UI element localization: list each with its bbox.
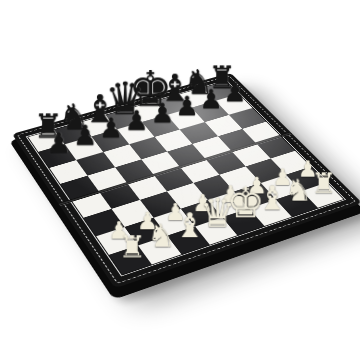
- piece-black-pawn[interactable]: ♟: [125, 108, 149, 135]
- board-grid: ♜♞♝♛♚♝♞♜♟♟♟♟♟♟♟♟♟♟♟♟♟♟♟♟♜♞♝♛♚♝♞♜: [28, 81, 343, 274]
- piece-black-pawn[interactable]: ♟: [150, 101, 174, 128]
- piece-black-pawn[interactable]: ♟: [73, 122, 98, 149]
- piece-white-rook[interactable]: ♜: [312, 169, 337, 197]
- piece-black-pawn[interactable]: ♟: [175, 94, 199, 120]
- chessboard-scene: ♜♞♝♛♚♝♞♜♟♟♟♟♟♟♟♟♟♟♟♟♟♟♟♟♜♞♝♛♚♝♞♜: [0, 0, 360, 360]
- piece-white-queen[interactable]: ♛: [200, 193, 236, 233]
- piece-white-knight[interactable]: ♞: [285, 175, 312, 205]
- piece-white-rook[interactable]: ♜: [119, 232, 146, 262]
- piece-black-pawn[interactable]: ♟: [224, 80, 247, 106]
- photo-canvas: ♜♞♝♛♚♝♞♜♟♟♟♟♟♟♟♟♟♟♟♟♟♟♟♟♜♞♝♛♚♝♞♜: [0, 0, 360, 360]
- piece-black-pawn[interactable]: ♟: [200, 87, 224, 113]
- piece-white-knight[interactable]: ♞: [147, 220, 176, 252]
- piece-black-pawn[interactable]: ♟: [99, 115, 123, 142]
- piece-white-bishop[interactable]: ♝: [175, 209, 205, 243]
- piece-black-pawn[interactable]: ♟: [46, 130, 71, 158]
- folding-chessboard: ♜♞♝♛♚♝♞♜♟♟♟♟♟♟♟♟♟♟♟♟♟♟♟♟♜♞♝♛♚♝♞♜: [12, 73, 360, 288]
